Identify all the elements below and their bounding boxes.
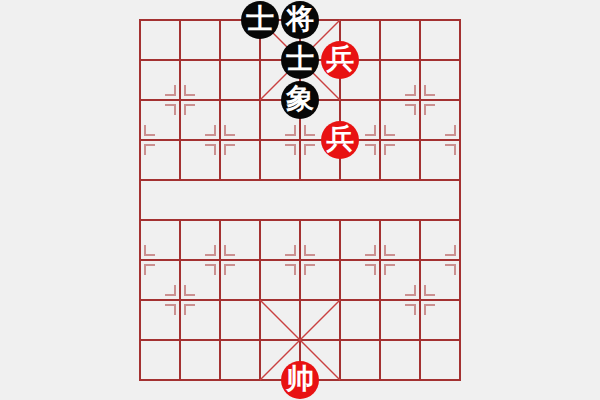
star-marker-corner: [384, 245, 395, 256]
star-marker-corner: [424, 285, 435, 296]
star-marker-corner: [405, 104, 416, 115]
piece-black-elephant[interactable]: 象: [281, 81, 319, 119]
star-marker-corner: [144, 125, 155, 136]
star-marker-corner: [405, 285, 416, 296]
grid-vline: [179, 219, 181, 381]
grid-vline: [219, 19, 221, 181]
grid-vline: [379, 219, 381, 381]
star-marker-corner: [184, 285, 195, 296]
star-marker-corner: [184, 85, 195, 96]
star-marker-corner: [304, 264, 315, 275]
star-marker-corner: [445, 245, 456, 256]
grid-vline: [459, 19, 461, 381]
grid-vline: [299, 219, 301, 381]
star-marker-corner: [205, 144, 216, 155]
star-marker-corner: [184, 104, 195, 115]
star-marker-corner: [165, 85, 176, 96]
grid-vline: [419, 19, 421, 181]
xiangqi-board[interactable]: 士将士兵象兵帅: [0, 0, 600, 400]
grid-vline: [179, 19, 181, 181]
piece-glyph: 兵: [326, 125, 354, 153]
star-marker-corner: [384, 264, 395, 275]
grid-vline: [339, 219, 341, 381]
star-marker-corner: [304, 245, 315, 256]
star-marker-corner: [365, 144, 376, 155]
star-marker-corner: [445, 125, 456, 136]
star-marker-corner: [205, 125, 216, 136]
star-marker-corner: [405, 304, 416, 315]
piece-glyph: 士: [286, 45, 314, 73]
star-marker-corner: [224, 125, 235, 136]
star-marker-corner: [424, 104, 435, 115]
star-marker-corner: [285, 264, 296, 275]
board-background: 士将士兵象兵帅: [0, 0, 600, 400]
piece-glyph: 帅: [286, 365, 314, 393]
star-marker-corner: [144, 264, 155, 275]
star-marker-corner: [144, 144, 155, 155]
star-marker-corner: [285, 245, 296, 256]
star-marker-corner: [384, 125, 395, 136]
grid-vline: [219, 219, 221, 381]
star-marker-corner: [224, 264, 235, 275]
star-marker-corner: [224, 245, 235, 256]
piece-red-soldier[interactable]: 兵: [321, 121, 359, 159]
star-marker-corner: [365, 264, 376, 275]
piece-black-advisor[interactable]: 士: [281, 41, 319, 79]
grid-vline: [259, 219, 261, 381]
star-marker-corner: [285, 125, 296, 136]
piece-glyph: 士: [246, 5, 274, 33]
star-marker-corner: [445, 264, 456, 275]
star-marker-corner: [224, 144, 235, 155]
star-marker-corner: [165, 104, 176, 115]
star-marker-corner: [165, 304, 176, 315]
piece-black-advisor[interactable]: 士: [241, 1, 279, 39]
star-marker-corner: [365, 245, 376, 256]
grid-vline: [419, 219, 421, 381]
grid-vline: [139, 19, 141, 381]
star-marker-corner: [205, 245, 216, 256]
piece-black-general[interactable]: 将: [281, 1, 319, 39]
star-marker-corner: [144, 245, 155, 256]
star-marker-corner: [365, 125, 376, 136]
star-marker-corner: [285, 144, 296, 155]
star-marker-corner: [304, 144, 315, 155]
star-marker-corner: [384, 144, 395, 155]
piece-red-soldier[interactable]: 兵: [321, 41, 359, 79]
piece-glyph: 兵: [326, 45, 354, 73]
piece-red-general[interactable]: 帅: [281, 361, 319, 399]
star-marker-corner: [424, 304, 435, 315]
star-marker-corner: [445, 144, 456, 155]
star-marker-corner: [205, 264, 216, 275]
piece-glyph: 将: [286, 5, 314, 33]
star-marker-corner: [405, 85, 416, 96]
grid-vline: [259, 19, 261, 181]
star-marker-corner: [165, 285, 176, 296]
piece-glyph: 象: [286, 85, 314, 113]
grid-vline: [379, 19, 381, 181]
star-marker-corner: [184, 304, 195, 315]
star-marker-corner: [424, 85, 435, 96]
star-marker-corner: [304, 125, 315, 136]
